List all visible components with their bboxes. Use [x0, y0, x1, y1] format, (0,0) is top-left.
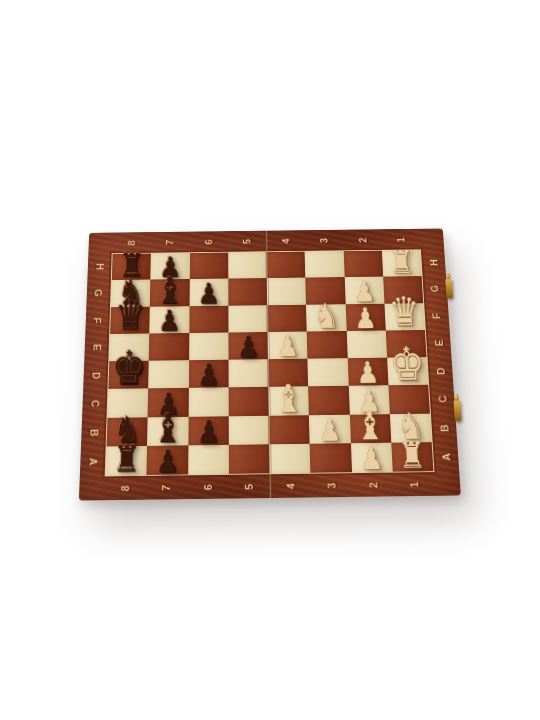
white-knight-b1: ♞	[396, 407, 425, 444]
square-e4: ♟	[268, 331, 308, 359]
black-pawn-e5: ♟	[237, 332, 260, 361]
rank-labels-top: 87654321	[112, 229, 421, 253]
square-h2	[343, 251, 383, 278]
board-perspective-wrapper: 87654321 87654321 HGFEDCBA HGFEDCBA ♜♟♜♞…	[79, 228, 461, 500]
square-b4	[269, 415, 310, 444]
chessboard: 87654321 87654321 HGFEDCBA HGFEDCBA ♜♟♜♞…	[79, 228, 461, 500]
rank-label-3: 3	[305, 230, 344, 251]
square-c4: ♝	[268, 387, 309, 416]
square-f3: ♞	[306, 304, 346, 331]
black-pawn-d6: ♟	[197, 360, 220, 390]
white-pawn-a2: ♟	[359, 443, 383, 474]
black-pawn-a7: ♟	[156, 445, 180, 476]
square-f2: ♟	[345, 303, 385, 330]
file-label-g: G	[423, 275, 448, 302]
square-h7: ♟	[151, 253, 190, 280]
file-label-e: E	[426, 329, 452, 357]
white-knight-f3: ♞	[312, 298, 339, 333]
file-label-c: C	[429, 385, 455, 414]
square-b6: ♟	[188, 416, 229, 445]
square-a7: ♟	[147, 445, 188, 475]
black-pawn-h7: ♟	[159, 253, 181, 281]
file-label-f: F	[424, 302, 449, 329]
square-b8: ♞	[107, 417, 148, 446]
square-f5	[228, 305, 267, 332]
square-g2: ♟	[344, 277, 384, 304]
black-pawn-f7: ♟	[158, 306, 181, 335]
square-g8: ♞	[111, 280, 151, 307]
square-c3	[308, 386, 349, 415]
rank-label-4: 4	[266, 230, 305, 251]
square-g7: ♝	[150, 279, 189, 306]
square-d8: ♚	[108, 361, 149, 389]
brass-clasp-icon	[453, 400, 461, 422]
square-a6	[188, 445, 229, 475]
file-label-b: B	[81, 418, 107, 447]
rank-label-6: 6	[189, 231, 228, 252]
square-h1: ♜	[382, 250, 422, 277]
file-label-c: C	[82, 389, 107, 418]
rank-label-7: 7	[150, 232, 189, 253]
black-rook-h8: ♜	[118, 249, 144, 281]
black-knight-b8: ♞	[113, 411, 141, 448]
square-g3	[306, 277, 346, 304]
brass-clasp-icon	[445, 279, 453, 299]
rank-labels-bottom: 87654321	[104, 472, 436, 500]
square-f6	[189, 305, 228, 332]
rank-label-3: 3	[311, 473, 353, 497]
white-pawn-d2: ♟	[356, 358, 380, 388]
white-pawn-e4: ♟	[276, 331, 299, 360]
file-label-b: B	[431, 413, 457, 442]
file-label-h: H	[421, 249, 446, 276]
square-g4	[267, 278, 306, 305]
rank-label-2: 2	[343, 229, 382, 250]
square-g1	[383, 276, 423, 303]
black-rook-a8: ♜	[113, 441, 141, 477]
rank-label-5: 5	[228, 231, 267, 252]
file-label-a: A	[433, 442, 460, 472]
square-d6: ♟	[188, 360, 228, 388]
square-b2: ♝	[349, 414, 391, 443]
square-e7	[149, 333, 189, 361]
square-d7	[148, 360, 188, 388]
rank-label-1: 1	[393, 472, 436, 496]
file-label-h: H	[87, 253, 111, 280]
file-label-d: D	[427, 357, 453, 385]
square-e6	[189, 332, 229, 360]
square-f7: ♟	[149, 306, 189, 333]
rank-label-6: 6	[187, 475, 229, 499]
square-a3	[310, 443, 352, 473]
square-d1: ♚	[387, 357, 428, 385]
file-label-e: E	[84, 334, 109, 362]
white-pawn-f2: ♟	[354, 303, 377, 332]
product-photo: 87654321 87654321 HGFEDCBA HGFEDCBA ♜♟♜♞…	[0, 0, 540, 720]
square-c1	[388, 385, 430, 414]
file-label-f: F	[85, 306, 110, 334]
white-pawn-c2: ♟	[357, 386, 381, 416]
square-a4	[269, 444, 310, 474]
square-c7: ♟	[148, 388, 189, 417]
rank-label-7: 7	[145, 475, 187, 499]
square-e5: ♟	[228, 332, 268, 360]
square-b3: ♟	[309, 414, 350, 443]
square-b5	[228, 415, 269, 444]
black-knight-g8: ♞	[117, 274, 144, 308]
rank-label-4: 4	[270, 474, 312, 498]
square-e2	[346, 330, 387, 358]
white-pawn-g2: ♟	[353, 277, 376, 306]
rank-label-5: 5	[228, 474, 270, 498]
square-b1: ♞	[390, 413, 432, 442]
square-h3	[305, 251, 344, 278]
square-d5	[228, 359, 268, 387]
square-e8	[109, 333, 149, 361]
black-pawn-g6: ♟	[198, 279, 220, 308]
rank-label-1: 1	[381, 229, 421, 250]
white-rook-a1: ♜	[398, 437, 427, 473]
square-h5	[228, 252, 267, 279]
file-label-g: G	[86, 280, 111, 307]
square-d4	[268, 359, 308, 387]
square-d2: ♟	[347, 358, 388, 386]
square-a2: ♟	[350, 442, 392, 472]
black-pawn-c7: ♟	[157, 388, 180, 418]
square-c6	[188, 388, 228, 417]
square-a1: ♜	[391, 442, 433, 472]
file-label-d: D	[83, 361, 108, 389]
square-e3	[307, 331, 347, 359]
square-c8	[108, 389, 149, 418]
file-label-a: A	[80, 447, 106, 477]
square-e1	[386, 330, 427, 358]
black-pawn-b6: ♟	[197, 416, 220, 447]
square-g5	[228, 278, 267, 305]
square-h4	[266, 252, 305, 279]
square-c2: ♟	[348, 385, 389, 414]
square-f1: ♛	[384, 303, 425, 330]
square-b7: ♝	[147, 416, 188, 445]
rank-label-8: 8	[112, 232, 151, 253]
square-h8: ♜	[112, 254, 151, 281]
rank-label-2: 2	[352, 473, 394, 497]
square-d3	[308, 358, 349, 386]
white-pawn-b3: ♟	[318, 414, 342, 445]
square-c5	[228, 387, 268, 416]
square-a8: ♜	[106, 446, 148, 476]
square-h6	[189, 253, 228, 280]
square-f4	[267, 304, 307, 331]
square-g6: ♟	[189, 279, 228, 306]
rank-label-8: 8	[104, 476, 146, 500]
white-rook-h1: ♜	[388, 246, 415, 278]
square-a5	[229, 444, 270, 474]
square-f8: ♛	[110, 306, 150, 333]
